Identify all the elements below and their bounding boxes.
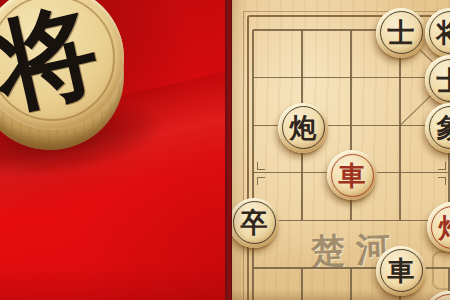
- piece-character: 象: [437, 114, 450, 141]
- piece-character: 炮: [439, 214, 450, 241]
- piece-character: 炮: [290, 114, 317, 141]
- board-left-red-strip: [225, 0, 232, 300]
- black-advisor[interactable]: 士: [376, 8, 426, 58]
- piece-character: 車: [339, 162, 366, 189]
- screenshot-root: 将 楚河 士将士炮象車卒炮車: [0, 0, 450, 300]
- point-marker: [438, 177, 446, 185]
- photo-general-character: 将: [0, 0, 107, 119]
- xiangqi-board[interactable]: 楚河 士将士炮象車卒炮車: [232, 0, 450, 300]
- photo-panel: 将: [0, 0, 225, 300]
- last-move-marker: [432, 251, 450, 290]
- grid-line: [350, 268, 351, 300]
- piece-character: 士: [437, 67, 450, 94]
- black-pawn[interactable]: 卒: [232, 198, 279, 248]
- piece-character: 士: [388, 19, 415, 46]
- black-cannon[interactable]: 炮: [278, 103, 328, 153]
- red-chariot[interactable]: 車: [327, 150, 377, 200]
- piece-character: 卒: [241, 209, 268, 236]
- board-panel: 楚河 士将士炮象車卒炮車: [225, 0, 450, 300]
- piece-character: 将: [437, 19, 450, 46]
- grid-line: [301, 268, 302, 300]
- point-marker: [257, 162, 265, 170]
- piece-character: 車: [388, 257, 415, 284]
- grid-line: [252, 30, 253, 300]
- point-marker: [257, 177, 265, 185]
- point-marker: [438, 162, 446, 170]
- black-chariot[interactable]: 車: [376, 246, 426, 296]
